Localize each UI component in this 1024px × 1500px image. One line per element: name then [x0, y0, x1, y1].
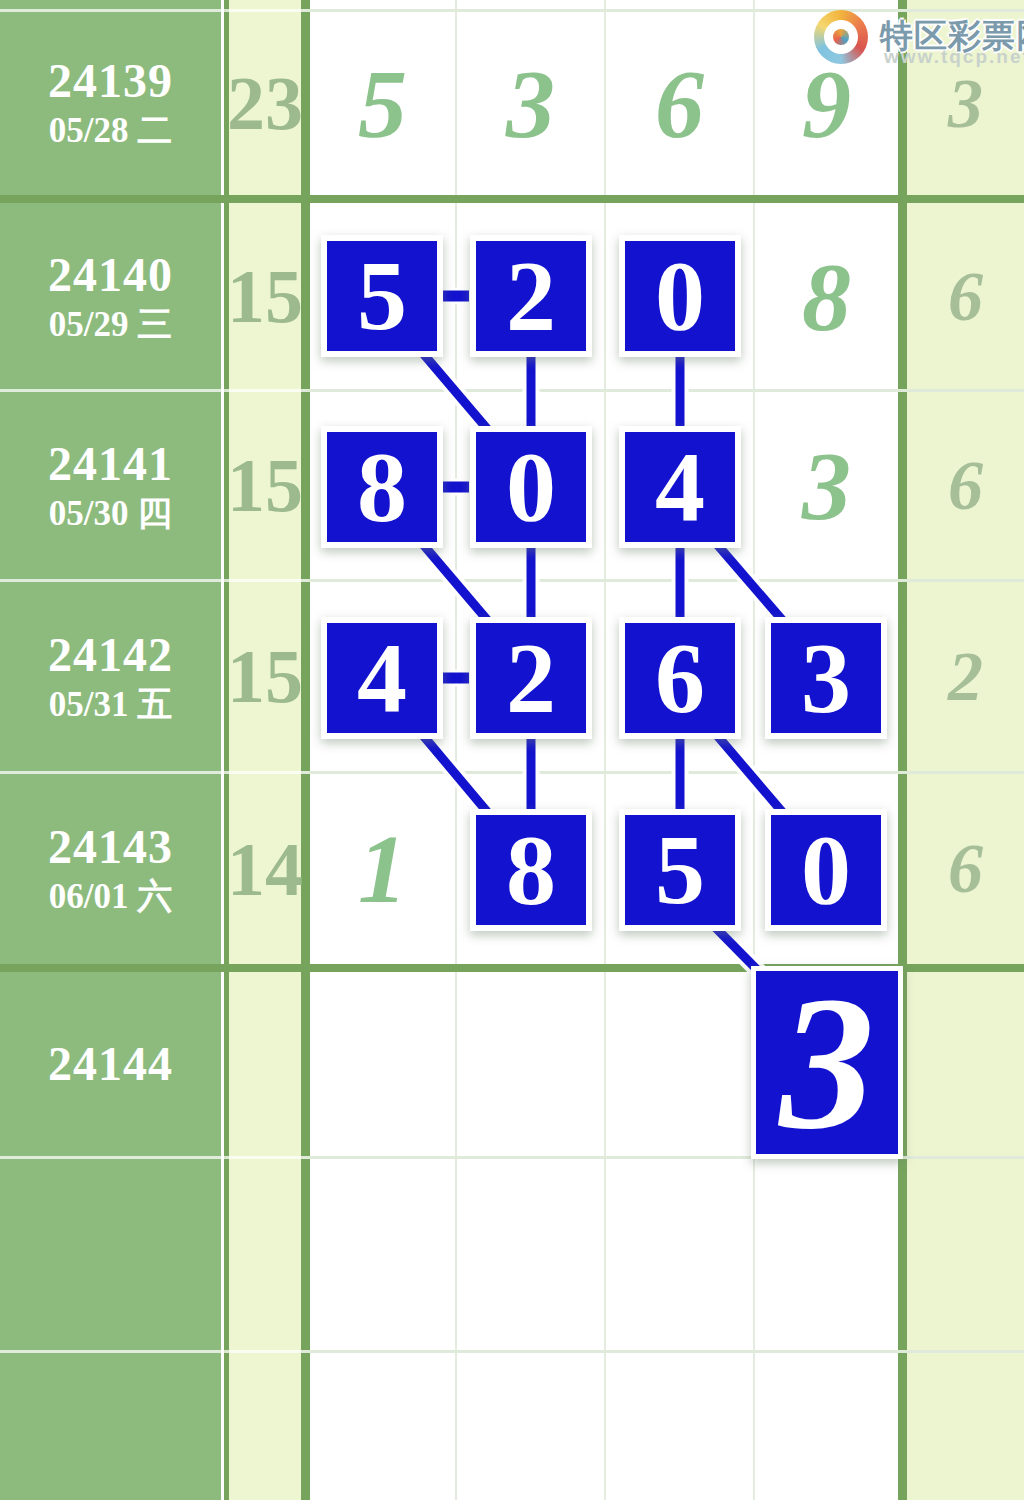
group-separator-top: [0, 195, 1024, 203]
grid-left-border: [301, 0, 310, 1500]
issue-label-24142: 24142 05/31 五: [0, 582, 221, 771]
digit-24141-c4: 3: [755, 392, 898, 579]
issue-number: 24140: [48, 249, 173, 302]
highlight-24143-c2: 8: [470, 809, 592, 931]
sum-value-24143: 14: [229, 774, 301, 964]
digit-24143-c1: 1: [310, 774, 455, 964]
draw-date: 05/30 四: [49, 495, 172, 534]
highlight-digit: 8: [327, 432, 437, 542]
highlight-24144-c4: 3: [751, 966, 903, 1159]
highlight-digit: 0: [476, 432, 586, 542]
issue-label-24144: 24144: [0, 972, 221, 1156]
extra-24142: 2: [907, 582, 1024, 771]
highlight-24142-c2: 2: [470, 617, 592, 739]
row-separator: [301, 1156, 1024, 1159]
digit-24139-c3: 6: [606, 13, 753, 195]
draw-date: 05/28 二: [49, 112, 172, 151]
highlight-24143-c4: 0: [765, 809, 887, 931]
highlight-digit: 0: [771, 815, 881, 925]
draw-date: 06/01 六: [49, 878, 172, 917]
highlight-digit: 3: [771, 623, 881, 733]
highlight-24140-c3: 0: [619, 235, 741, 357]
issue-number: 24144: [48, 1038, 173, 1091]
issue-number: 24141: [48, 438, 173, 491]
highlight-24141-c1: 8: [321, 426, 443, 548]
column-separator-2: [604, 0, 606, 1500]
issue-number: 24142: [48, 629, 173, 682]
highlight-24140-c2: 2: [470, 235, 592, 357]
sum-value-24139: 23: [229, 11, 301, 195]
issue-label-24140: 24140 05/29 三: [0, 204, 221, 389]
column-separator-1: [455, 0, 457, 1500]
highlight-digit: 4: [625, 432, 735, 542]
highlight-24141-c2: 0: [470, 426, 592, 548]
highlight-digit: 5: [625, 815, 735, 925]
site-url[interactable]: www.tqcp.net: [884, 46, 1024, 68]
grid-right-border: [898, 0, 907, 1500]
highlight-digit: 5: [327, 241, 437, 351]
sum-value-24140: 15: [229, 204, 301, 389]
highlight-24140-c1: 5: [321, 235, 443, 357]
highlight-digit-large: 3: [756, 971, 898, 1154]
sum-value-24141: 15: [229, 392, 301, 579]
highlight-24142-c3: 6: [619, 617, 741, 739]
extra-24143: 6: [907, 774, 1024, 964]
highlight-24143-c3: 5: [619, 809, 741, 931]
highlight-digit: 4: [327, 623, 437, 733]
highlight-digit: 0: [625, 241, 735, 351]
lottery-trend-chart: 24139 05/28 二 24140 05/29 三 24141 05/30 …: [0, 0, 1024, 1500]
row-separator: [0, 1350, 301, 1353]
sum-value-24142: 15: [229, 582, 301, 771]
extra-24141: 6: [907, 392, 1024, 579]
highlight-24142-c4: 3: [765, 617, 887, 739]
issue-label-24139: 24139 05/28 二: [0, 11, 221, 195]
highlight-digit: 8: [476, 815, 586, 925]
issue-number: 24139: [48, 55, 173, 108]
digit-24139-c2: 3: [457, 13, 604, 195]
row-separator: [301, 1350, 1024, 1353]
highlight-digit: 2: [476, 623, 586, 733]
highlight-24142-c1: 4: [321, 617, 443, 739]
draw-date: 05/29 三: [49, 306, 172, 345]
row-separator: [0, 1156, 301, 1159]
issue-label-24141: 24141 05/30 四: [0, 392, 221, 579]
highlight-digit: 2: [476, 241, 586, 351]
highlight-digit: 6: [625, 623, 735, 733]
draw-date: 05/31 五: [49, 686, 172, 725]
digit-24139-c1: 5: [310, 13, 455, 195]
digit-24140-c4: 8: [755, 204, 898, 389]
highlight-24141-c3: 4: [619, 426, 741, 548]
issue-number: 24143: [48, 821, 173, 874]
site-logo-icon[interactable]: [814, 10, 868, 64]
issue-label-24143: 24143 06/01 六: [0, 774, 221, 964]
extra-24140: 6: [907, 204, 1024, 389]
row-separator: [301, 9, 1024, 12]
